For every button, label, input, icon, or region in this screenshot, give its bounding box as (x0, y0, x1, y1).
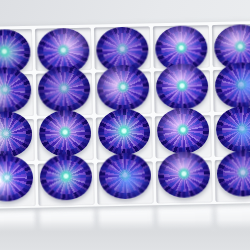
rivoli-crystal (0, 111, 33, 158)
rivoli-crystal (157, 107, 210, 154)
rivoli-crystal (156, 63, 209, 110)
rivoli-crystal (0, 155, 34, 202)
compartment-front-wall (0, 211, 36, 235)
tray-grid (0, 21, 250, 209)
rivoli-crystal (215, 62, 250, 109)
compartment-front-wall (98, 208, 154, 232)
tray-compartment (212, 24, 250, 67)
tray-compartment (97, 161, 154, 204)
rivoli-crystal (158, 151, 211, 198)
rivoli-crystal (39, 110, 92, 157)
tray-compartment (94, 26, 151, 69)
tray-front-walls (0, 204, 250, 235)
tray-compartment (156, 160, 213, 203)
photo-caption: Close-up photo of twenty round purple-an… (0, 0, 1, 1)
tray-compartment (215, 159, 250, 202)
tray-compartment (153, 25, 210, 68)
compartment-front-wall (216, 206, 250, 230)
tray-compartment (38, 163, 95, 206)
crystal-tray (0, 21, 250, 235)
rivoli-crystal (216, 106, 250, 153)
rivoli-crystal (0, 67, 32, 114)
rivoli-crystal (217, 150, 250, 197)
tray-compartment (35, 28, 92, 71)
rivoli-crystal (97, 64, 150, 111)
rivoli-crystal (40, 154, 93, 201)
rivoli-crystal (99, 152, 152, 199)
tray-compartment (0, 164, 36, 207)
tray-compartment (0, 29, 33, 72)
compartment-front-wall (39, 210, 95, 234)
compartment-front-wall (157, 207, 213, 231)
rivoli-crystal (98, 108, 151, 155)
rivoli-crystal (38, 66, 91, 113)
photo-stage: Close-up photo of twenty round purple-an… (0, 0, 250, 250)
